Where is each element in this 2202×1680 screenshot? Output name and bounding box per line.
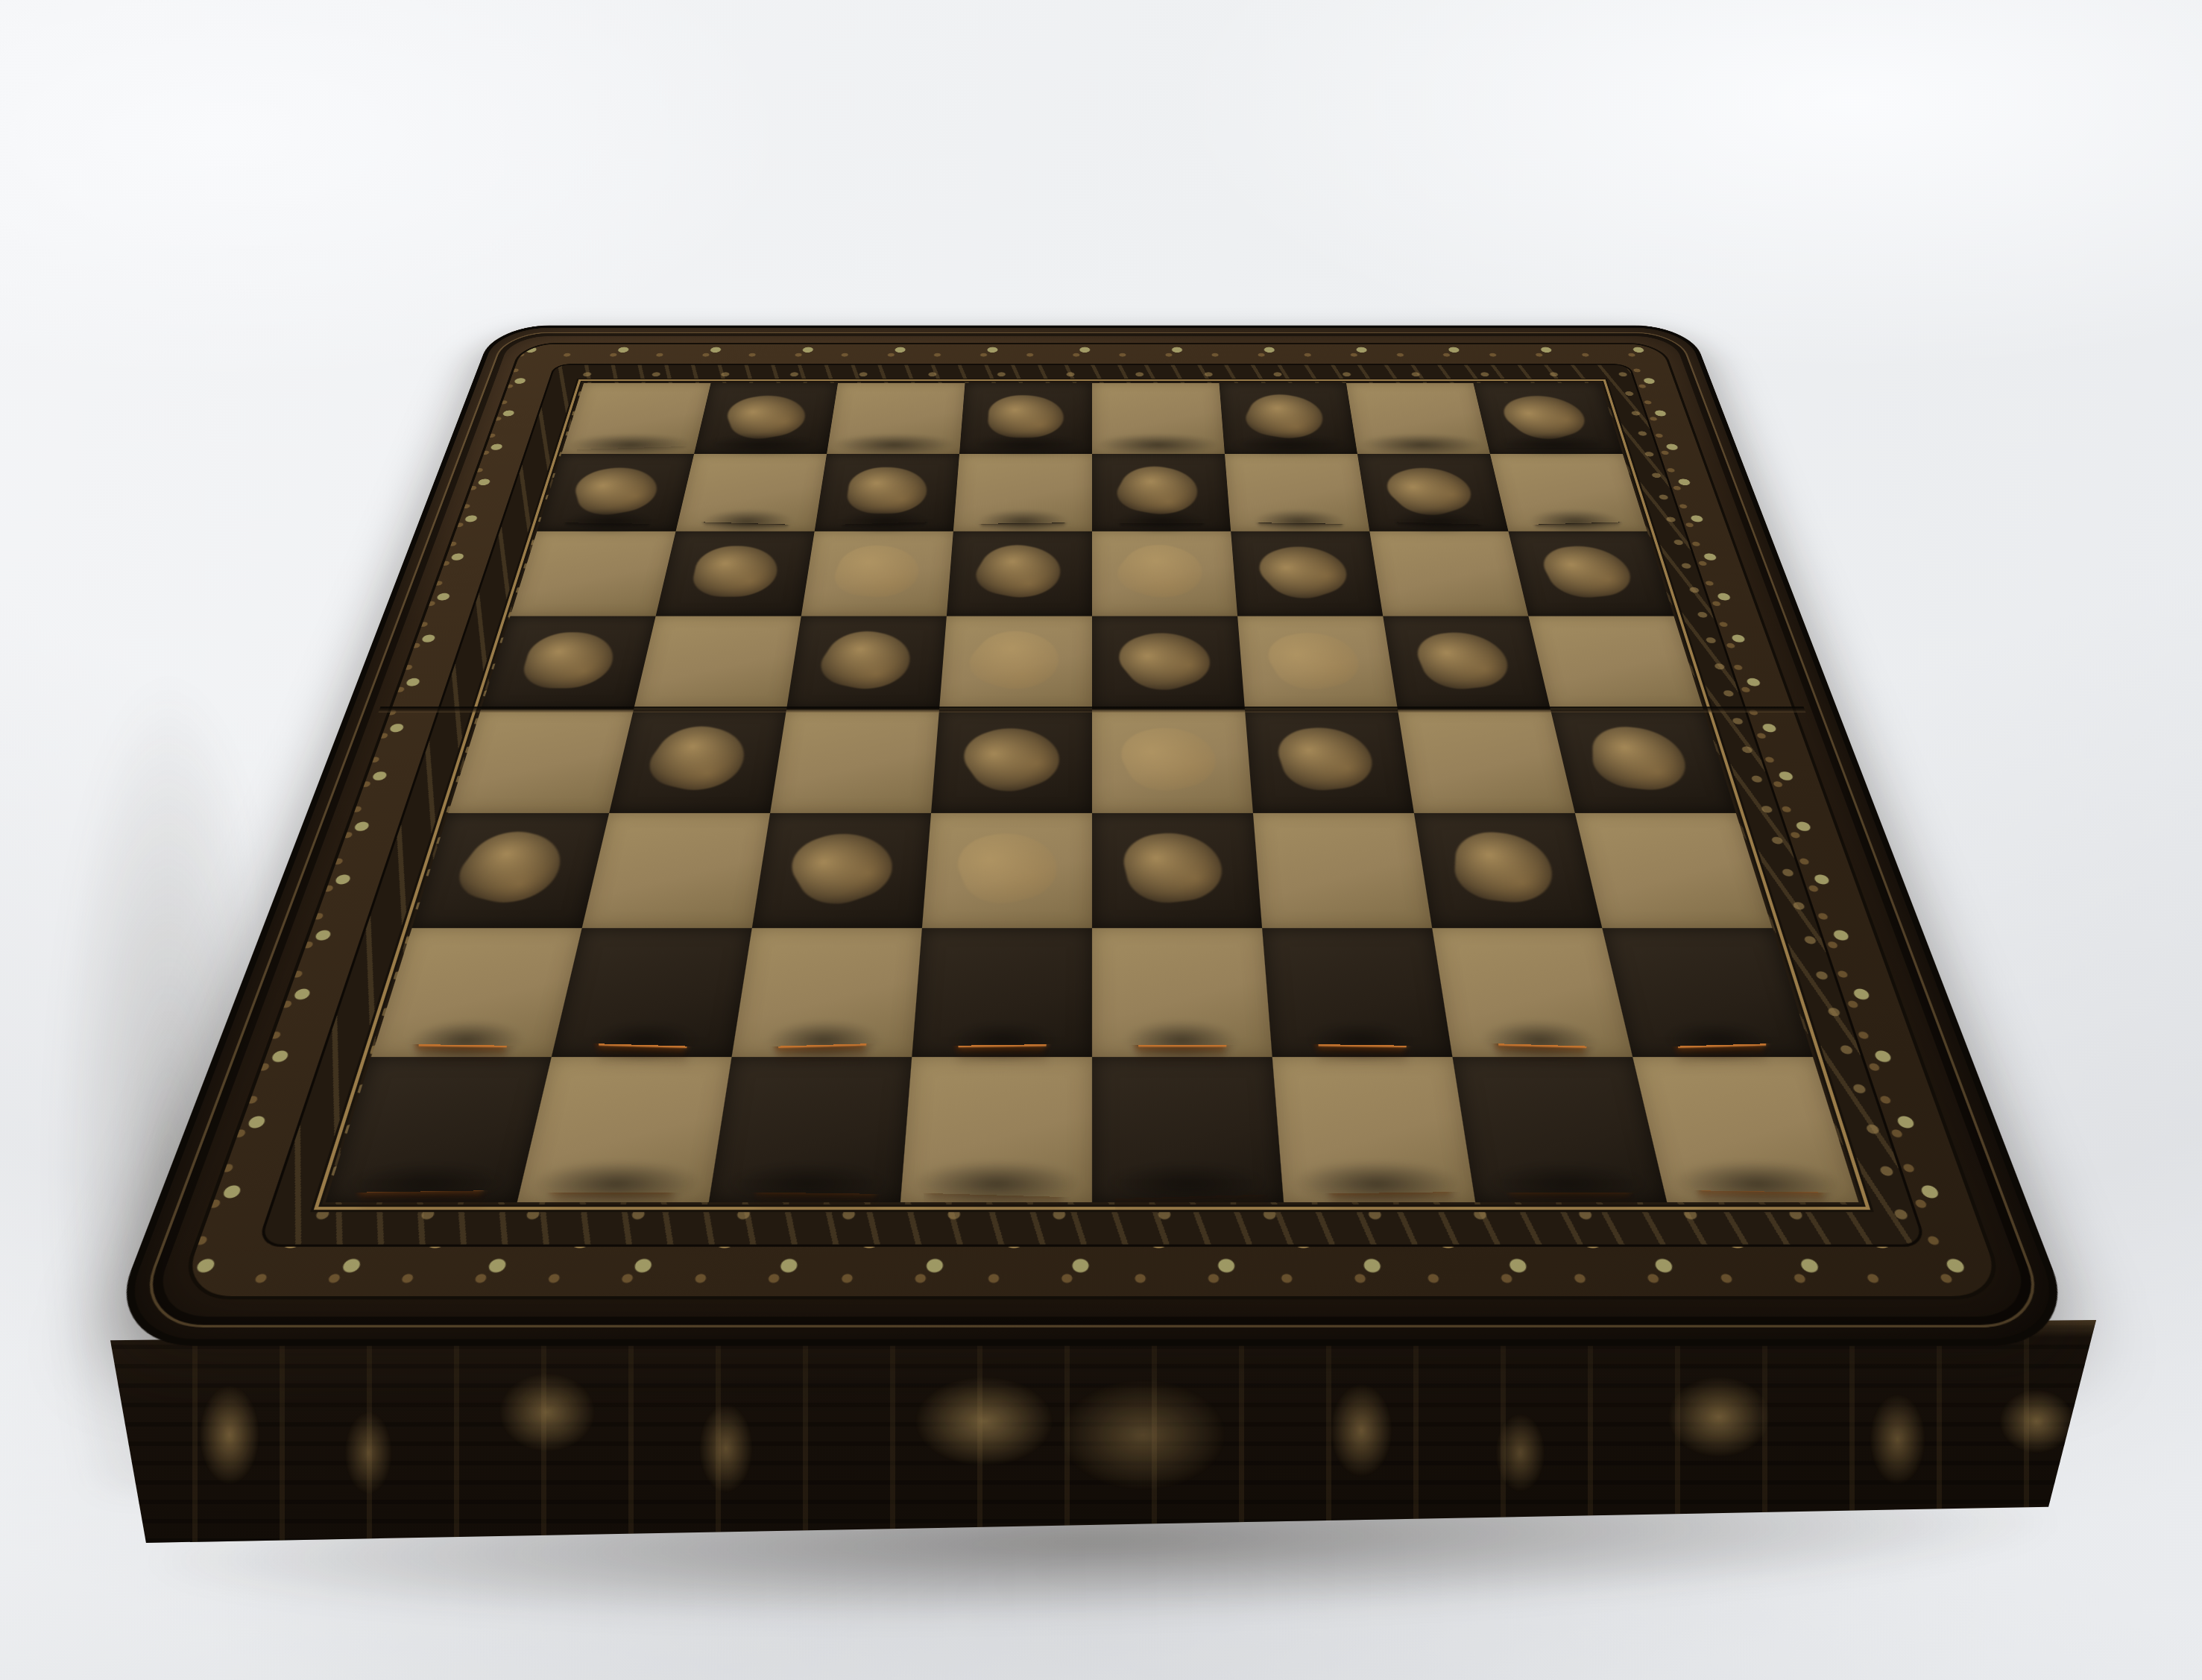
square-f7[interactable]: [1225, 454, 1369, 531]
square-a5[interactable]: [481, 616, 656, 710]
square-c7[interactable]: [815, 454, 959, 531]
square-a6[interactable]: [511, 531, 676, 616]
gilt-figure-decal: [845, 467, 929, 514]
gilt-figure-decal: [518, 632, 620, 688]
box-front-panel: [110, 1318, 2096, 1543]
square-g7[interactable]: [1357, 454, 1509, 531]
gilt-figure-decal: [1535, 543, 1641, 601]
square-b8[interactable]: [694, 383, 838, 454]
square-h6[interactable]: [1508, 531, 1673, 616]
white-bishop-b1[interactable]: ♝: [540, 1193, 687, 1202]
square-c8[interactable]: [827, 383, 965, 454]
square-a8[interactable]: [561, 383, 710, 454]
gilt-figure-decal: [1409, 628, 1518, 692]
square-b5[interactable]: [634, 616, 801, 710]
white-king-e1[interactable]: ♚: [1114, 1194, 1261, 1207]
gilt-figure-decal: [1108, 461, 1207, 520]
square-b7[interactable]: [676, 454, 827, 531]
square-f8[interactable]: [1219, 383, 1357, 454]
gilt-figure-decal: [966, 540, 1072, 603]
square-f6[interactable]: [1231, 531, 1383, 616]
square-e8[interactable]: [1092, 383, 1225, 454]
square-e7[interactable]: [1092, 454, 1231, 531]
gilt-figure-decal: [1491, 388, 1598, 445]
square-e6[interactable]: [1092, 531, 1237, 616]
gilt-figure-decal: [1105, 538, 1217, 606]
square-d8[interactable]: [959, 383, 1092, 454]
square-g8[interactable]: [1346, 383, 1490, 454]
white-rook-a1[interactable]: ♜: [349, 1190, 495, 1201]
white-rook-h1[interactable]: ♜: [1689, 1190, 1835, 1201]
gilt-figure-decal: [571, 461, 663, 520]
gilt-figure-decal: [827, 543, 927, 601]
square-b6[interactable]: [656, 531, 815, 616]
gilt-figure-decal: [722, 390, 812, 443]
square-g6[interactable]: [1369, 531, 1528, 616]
square-c6[interactable]: [801, 531, 953, 616]
gilt-figure-decal: [1375, 460, 1486, 522]
product-photo-scene: ♜♝♞♛♚♞♝♜♟♟♟♟♟♟♟♟♟♟♟♟♟♟♟♟♜♝♞♛♚♞♝♜: [0, 0, 2202, 1680]
square-h7[interactable]: [1490, 454, 1647, 531]
gilt-figure-decal: [810, 625, 924, 695]
gilt-figure-decal: [1239, 390, 1331, 443]
chinoiserie-scene-art: [110, 1318, 2096, 1543]
white-bishop-g1[interactable]: ♝: [1498, 1193, 1644, 1202]
square-d7[interactable]: [953, 454, 1092, 531]
gilt-figure-decal: [987, 395, 1064, 438]
gilt-figure-decal: [1246, 538, 1361, 606]
square-g5[interactable]: [1383, 616, 1550, 710]
square-h8[interactable]: [1473, 383, 1622, 454]
gilt-figure-decal: [689, 546, 781, 596]
square-d6[interactable]: [947, 531, 1092, 616]
square-a7[interactable]: [537, 454, 694, 531]
square-h5[interactable]: [1528, 616, 1703, 710]
